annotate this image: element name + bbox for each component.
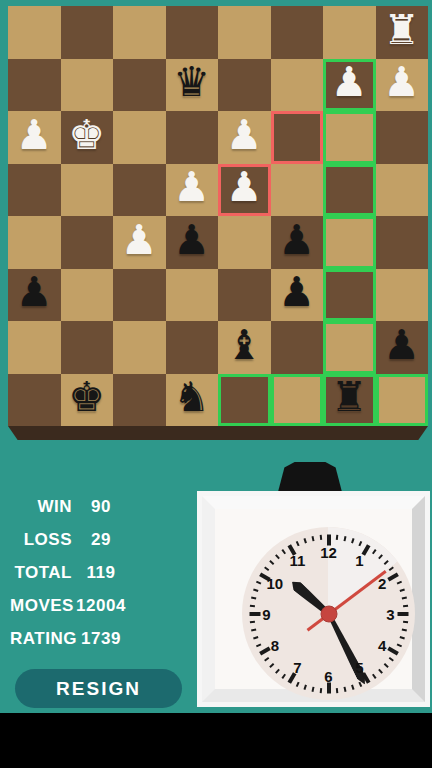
black-knight[interactable]: ♞ [173, 377, 210, 418]
win-value: 90 [72, 497, 130, 517]
square-a5[interactable] [8, 164, 61, 217]
board-base [8, 426, 428, 440]
hour-tick [249, 612, 260, 616]
square-d3[interactable] [166, 269, 219, 322]
square-f2[interactable] [271, 321, 324, 374]
square-g1[interactable]: ♜ [323, 374, 376, 427]
white-pawn[interactable]: ♟ [16, 115, 53, 156]
square-e6[interactable]: ♟ [218, 111, 271, 164]
square-h1[interactable] [376, 374, 429, 427]
square-c1[interactable] [113, 374, 166, 427]
square-f3[interactable]: ♟ [271, 269, 324, 322]
square-b1[interactable]: ♚ [61, 374, 114, 427]
white-pawn[interactable]: ♟ [331, 62, 368, 103]
resign-button[interactable]: RESIGN [15, 669, 182, 708]
square-f8[interactable] [271, 6, 324, 59]
square-f1[interactable] [271, 374, 324, 427]
white-pawn[interactable]: ♟ [226, 115, 263, 156]
square-d5[interactable]: ♟ [166, 164, 219, 217]
minute-tick [311, 686, 314, 691]
square-c4[interactable]: ♟ [113, 216, 166, 269]
black-pawn[interactable]: ♟ [173, 220, 210, 261]
minute-tick [335, 687, 338, 692]
stat-row-rating: RATING 1739 [10, 629, 190, 649]
square-c2[interactable] [113, 321, 166, 374]
square-h7[interactable]: ♟ [376, 59, 429, 112]
square-e2[interactable]: ♝ [218, 321, 271, 374]
square-a4[interactable] [8, 216, 61, 269]
clock-face: 121234567891011 [242, 527, 415, 700]
square-f7[interactable] [271, 59, 324, 112]
square-e1[interactable] [218, 374, 271, 427]
clock-number-3: 3 [386, 605, 394, 622]
black-pawn[interactable]: ♟ [383, 325, 420, 366]
square-b4[interactable] [61, 216, 114, 269]
square-d7[interactable]: ♛ [166, 59, 219, 112]
square-c5[interactable] [113, 164, 166, 217]
clock-number-4: 4 [378, 636, 386, 653]
square-a8[interactable] [8, 6, 61, 59]
square-c7[interactable] [113, 59, 166, 112]
square-g4[interactable] [323, 216, 376, 269]
total-value: 119 [72, 563, 130, 583]
minute-tick [319, 534, 322, 539]
minute-tick [311, 536, 314, 541]
square-b8[interactable] [61, 6, 114, 59]
bottom-bar [0, 713, 432, 768]
white-pawn[interactable]: ♟ [121, 220, 158, 261]
square-d4[interactable]: ♟ [166, 216, 219, 269]
clock-number-11: 11 [290, 551, 306, 568]
square-g5[interactable] [323, 164, 376, 217]
clock-number-6: 6 [324, 667, 332, 684]
square-c8[interactable] [113, 6, 166, 59]
clock-number-7: 7 [293, 659, 301, 676]
black-bishop[interactable]: ♝ [226, 325, 263, 366]
square-e5[interactable]: ♟ [218, 164, 271, 217]
clock-body: 121234567891011 [197, 491, 430, 707]
white-pawn[interactable]: ♟ [226, 167, 263, 208]
minute-tick [335, 534, 338, 539]
minute-tick [249, 620, 254, 623]
square-a1[interactable] [8, 374, 61, 427]
minute-tick [343, 536, 346, 541]
black-king[interactable]: ♚ [68, 377, 105, 418]
black-pawn[interactable]: ♟ [16, 272, 53, 313]
square-f6[interactable] [271, 111, 324, 164]
white-pawn[interactable]: ♟ [383, 62, 420, 103]
clock-number-9: 9 [262, 605, 270, 622]
square-a2[interactable] [8, 321, 61, 374]
clock-number-1: 1 [355, 551, 363, 568]
clock-frame: 121234567891011 [202, 496, 425, 702]
square-d6[interactable] [166, 111, 219, 164]
square-h5[interactable] [376, 164, 429, 217]
moves-label: MOVES [10, 596, 72, 616]
win-label: WIN [10, 497, 72, 517]
square-b3[interactable] [61, 269, 114, 322]
square-e3[interactable] [218, 269, 271, 322]
square-g6[interactable] [323, 111, 376, 164]
minute-tick [402, 620, 407, 623]
square-e4[interactable] [218, 216, 271, 269]
square-c6[interactable] [113, 111, 166, 164]
square-g8[interactable] [323, 6, 376, 59]
clock-number-12: 12 [320, 543, 337, 560]
clock-number-10: 10 [266, 574, 283, 591]
square-h4[interactable] [376, 216, 429, 269]
minute-tick [402, 604, 407, 607]
square-d2[interactable] [166, 321, 219, 374]
square-e7[interactable] [218, 59, 271, 112]
minute-tick [319, 687, 322, 692]
square-h2[interactable]: ♟ [376, 321, 429, 374]
black-pawn[interactable]: ♟ [278, 272, 315, 313]
clock-knob-icon [278, 462, 342, 492]
stat-row-moves: MOVES 12004 [10, 596, 190, 616]
minute-tick [401, 596, 406, 599]
minute-tick [251, 596, 256, 599]
total-label: TOTAL [10, 563, 72, 583]
clock-number-2: 2 [378, 574, 386, 591]
square-h8[interactable]: ♜ [376, 6, 429, 59]
moves-value: 12004 [72, 596, 130, 616]
white-rook[interactable]: ♜ [383, 10, 420, 51]
black-rook[interactable]: ♜ [331, 377, 368, 418]
white-king[interactable]: ♚ [68, 115, 105, 156]
black-pawn[interactable]: ♟ [278, 220, 315, 261]
square-g7[interactable]: ♟ [323, 59, 376, 112]
stat-row-win: WIN 90 [10, 497, 190, 517]
minute-tick [249, 604, 254, 607]
minute-tick [343, 686, 346, 691]
square-d8[interactable] [166, 6, 219, 59]
square-a7[interactable] [8, 59, 61, 112]
square-f5[interactable] [271, 164, 324, 217]
chess-board: ♜♛♟♟♟♚♟♟♟♟♟♟♟♟♝♟♚♞♜ [8, 6, 428, 426]
white-pawn[interactable]: ♟ [173, 167, 210, 208]
square-g2[interactable] [323, 321, 376, 374]
square-e8[interactable] [218, 6, 271, 59]
square-b2[interactable] [61, 321, 114, 374]
square-c3[interactable] [113, 269, 166, 322]
clock-number-5: 5 [355, 659, 363, 676]
square-a3[interactable]: ♟ [8, 269, 61, 322]
chess-clock: 121234567891011 [197, 462, 430, 707]
square-b5[interactable] [61, 164, 114, 217]
clock-number-8: 8 [271, 636, 279, 653]
clock-center-cap [320, 605, 337, 622]
square-g3[interactable] [323, 269, 376, 322]
square-h3[interactable] [376, 269, 429, 322]
app-screen: ♜♛♟♟♟♚♟♟♟♟♟♟♟♟♝♟♚♞♜ WIN 90 LOSS 29 TOTAL… [0, 0, 432, 768]
square-h6[interactable] [376, 111, 429, 164]
rating-value: 1739 [72, 629, 130, 649]
square-d1[interactable]: ♞ [166, 374, 219, 427]
loss-label: LOSS [10, 530, 72, 550]
stat-row-loss: LOSS 29 [10, 530, 190, 550]
black-queen[interactable]: ♛ [173, 62, 210, 103]
square-f4[interactable]: ♟ [271, 216, 324, 269]
square-b7[interactable] [61, 59, 114, 112]
square-b6[interactable]: ♚ [61, 111, 114, 164]
square-a6[interactable]: ♟ [8, 111, 61, 164]
hour-tick [397, 612, 408, 616]
minute-tick [251, 628, 256, 631]
minute-tick [401, 628, 406, 631]
stats-panel: WIN 90 LOSS 29 TOTAL 119 MOVES 12004 RAT… [10, 497, 190, 662]
stat-row-total: TOTAL 119 [10, 563, 190, 583]
rating-label: RATING [10, 629, 72, 649]
loss-value: 29 [72, 530, 130, 550]
